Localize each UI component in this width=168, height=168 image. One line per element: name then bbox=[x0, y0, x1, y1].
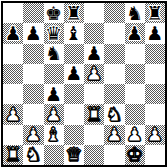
square-f1[interactable] bbox=[104, 145, 124, 165]
square-e2[interactable] bbox=[84, 125, 104, 145]
square-e3[interactable]: ♜ bbox=[84, 104, 104, 124]
white-bishop-c2: ♝ bbox=[45, 125, 62, 144]
square-f6[interactable] bbox=[104, 44, 124, 64]
square-d7[interactable]: ♝ bbox=[64, 23, 84, 43]
square-g8[interactable]: ♞ bbox=[125, 3, 145, 23]
square-g5[interactable] bbox=[125, 64, 145, 84]
square-a6[interactable] bbox=[3, 44, 23, 64]
square-b2[interactable]: ♟ bbox=[23, 125, 43, 145]
square-g2[interactable]: ♟ bbox=[125, 125, 145, 145]
square-c2[interactable]: ♝ bbox=[44, 125, 64, 145]
square-b4[interactable] bbox=[23, 84, 43, 104]
black-pawn-a7: ♟ bbox=[5, 24, 22, 43]
square-c6[interactable]: ♞ bbox=[44, 44, 64, 64]
square-f8[interactable] bbox=[104, 3, 124, 23]
square-e6[interactable]: ♟ bbox=[84, 44, 104, 64]
square-a7[interactable]: ♟ bbox=[3, 23, 23, 43]
square-d1[interactable]: ♛ bbox=[64, 145, 84, 165]
black-knight-g8: ♞ bbox=[126, 4, 143, 23]
black-knight-c6: ♞ bbox=[45, 44, 62, 63]
white-pawn-b2: ♟ bbox=[25, 125, 42, 144]
square-e8[interactable] bbox=[84, 3, 104, 23]
white-pawn-a3: ♟ bbox=[5, 105, 22, 124]
white-pawn-g2: ♟ bbox=[126, 125, 143, 144]
black-pawn-h7: ♟ bbox=[146, 24, 163, 43]
square-a5[interactable] bbox=[3, 64, 23, 84]
square-c4[interactable]: ♟ bbox=[44, 84, 64, 104]
square-c5[interactable] bbox=[44, 64, 64, 84]
square-h8[interactable]: ♜ bbox=[145, 3, 165, 23]
square-e1[interactable] bbox=[84, 145, 104, 165]
black-bishop-d7: ♝ bbox=[65, 24, 82, 43]
white-pawn-f2: ♟ bbox=[106, 125, 123, 144]
square-a8[interactable] bbox=[3, 3, 23, 23]
square-e4[interactable] bbox=[84, 84, 104, 104]
square-g1[interactable]: ♚ bbox=[125, 145, 145, 165]
square-a4[interactable] bbox=[3, 84, 23, 104]
square-b5[interactable] bbox=[23, 64, 43, 84]
square-h3[interactable] bbox=[145, 104, 165, 124]
black-queen-c7: ♛ bbox=[45, 24, 62, 43]
white-rook-e3: ♜ bbox=[86, 105, 103, 124]
square-d6[interactable] bbox=[64, 44, 84, 64]
square-d8[interactable]: ♜ bbox=[64, 3, 84, 23]
white-king-g1: ♚ bbox=[126, 145, 143, 164]
black-rook-h8: ♜ bbox=[146, 4, 163, 23]
square-e7[interactable] bbox=[84, 23, 104, 43]
square-a3[interactable]: ♟ bbox=[3, 104, 23, 124]
white-pawn-h2: ♟ bbox=[146, 125, 163, 144]
black-king-c8: ♚ bbox=[45, 4, 62, 23]
square-c1[interactable] bbox=[44, 145, 64, 165]
square-f5[interactable] bbox=[104, 64, 124, 84]
square-d2[interactable] bbox=[64, 125, 84, 145]
square-a2[interactable] bbox=[3, 125, 23, 145]
square-f2[interactable]: ♟ bbox=[104, 125, 124, 145]
square-h4[interactable] bbox=[145, 84, 165, 104]
white-queen-d1: ♛ bbox=[65, 145, 82, 164]
square-g3[interactable] bbox=[125, 104, 145, 124]
square-f3[interactable]: ♞ bbox=[104, 104, 124, 124]
white-pawn-c3: ♟ bbox=[45, 105, 62, 124]
square-b7[interactable]: ♟ bbox=[23, 23, 43, 43]
chess-board: ♚♜♞♜♟♟♛♝♟♟♞♟♟♟♟♟♟♜♞♟♝♟♟♟♜♞♛♚ bbox=[1, 1, 167, 167]
square-f7[interactable] bbox=[104, 23, 124, 43]
square-h2[interactable]: ♟ bbox=[145, 125, 165, 145]
square-h1[interactable] bbox=[145, 145, 165, 165]
white-knight-b1: ♞ bbox=[25, 145, 42, 164]
black-pawn-b7: ♟ bbox=[25, 24, 42, 43]
square-c8[interactable]: ♚ bbox=[44, 3, 64, 23]
square-c3[interactable]: ♟ bbox=[44, 104, 64, 124]
square-d5[interactable]: ♟ bbox=[64, 64, 84, 84]
square-c7[interactable]: ♛ bbox=[44, 23, 64, 43]
black-pawn-e6: ♟ bbox=[86, 44, 103, 63]
square-e5[interactable]: ♟ bbox=[84, 64, 104, 84]
square-g4[interactable] bbox=[125, 84, 145, 104]
black-pawn-g7: ♟ bbox=[126, 24, 143, 43]
square-g6[interactable] bbox=[125, 44, 145, 64]
square-g7[interactable]: ♟ bbox=[125, 23, 145, 43]
square-h6[interactable] bbox=[145, 44, 165, 64]
square-d3[interactable] bbox=[64, 104, 84, 124]
square-b3[interactable] bbox=[23, 104, 43, 124]
square-b1[interactable]: ♞ bbox=[23, 145, 43, 165]
white-pawn-e5: ♟ bbox=[86, 64, 103, 83]
black-rook-d8: ♜ bbox=[65, 4, 82, 23]
chess-diagram: ♚♜♞♜♟♟♛♝♟♟♞♟♟♟♟♟♟♜♞♟♝♟♟♟♜♞♛♚ bbox=[0, 0, 168, 168]
white-knight-f3: ♞ bbox=[106, 105, 123, 124]
black-pawn-c4: ♟ bbox=[45, 85, 62, 104]
square-f4[interactable] bbox=[104, 84, 124, 104]
square-h7[interactable]: ♟ bbox=[145, 23, 165, 43]
black-pawn-d5: ♟ bbox=[65, 64, 82, 83]
square-h5[interactable] bbox=[145, 64, 165, 84]
white-rook-a1: ♜ bbox=[5, 145, 22, 164]
square-d4[interactable] bbox=[64, 84, 84, 104]
square-b8[interactable] bbox=[23, 3, 43, 23]
square-a1[interactable]: ♜ bbox=[3, 145, 23, 165]
square-b6[interactable] bbox=[23, 44, 43, 64]
